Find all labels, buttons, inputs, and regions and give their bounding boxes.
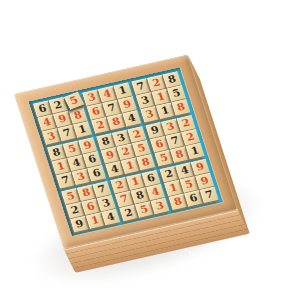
tile-r6c6-digit-8[interactable]: 8 [136,154,155,170]
tile-r6c9-digit-1[interactable]: 1 [186,143,205,159]
tile-r9c3-digit-4[interactable]: 4 [101,209,120,225]
tile-r3c3-digit-1[interactable]: 1 [73,121,92,137]
tile-r9c9-digit-7[interactable]: 7 [200,187,219,203]
sudoku-grid-cells: 6253417284986793153712843188598329321469… [33,71,219,232]
tile-r9c6-digit-3[interactable]: 3 [150,198,169,214]
tile-r3c9-digit-8[interactable]: 8 [171,99,190,115]
sudoku-grid: 6253417284986793153712843188598329321469… [29,68,223,236]
tile-r6c3-digit-6[interactable]: 6 [87,165,106,181]
product-photo: 6253417284986793153712843188598329321469… [0,0,300,300]
tile-r3c6-digit-4[interactable]: 4 [122,110,141,126]
